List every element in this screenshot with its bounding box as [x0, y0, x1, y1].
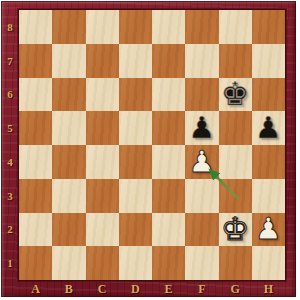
white-pawn[interactable]: ♟	[255, 214, 282, 244]
square-e8[interactable]	[152, 10, 185, 44]
square-g1[interactable]	[219, 246, 252, 280]
square-b6[interactable]	[52, 78, 85, 112]
file-label-e: E	[152, 281, 185, 297]
square-g2[interactable]: ♚	[219, 213, 252, 247]
square-g5[interactable]	[219, 111, 252, 145]
square-f6[interactable]	[185, 78, 218, 112]
file-label-a: A	[19, 281, 52, 297]
square-e5[interactable]	[152, 111, 185, 145]
file-label-h: H	[252, 281, 285, 297]
rank-label-4: 4	[1, 145, 19, 179]
square-a6[interactable]	[19, 78, 52, 112]
square-d4[interactable]	[119, 145, 152, 179]
square-d5[interactable]	[119, 111, 152, 145]
rank-labels: 87654321	[1, 10, 19, 280]
square-h1[interactable]	[252, 246, 285, 280]
square-a4[interactable]	[19, 145, 52, 179]
square-e3[interactable]	[152, 179, 185, 213]
file-label-f: F	[185, 281, 218, 297]
square-d8[interactable]	[119, 10, 152, 44]
rank-label-8: 8	[1, 10, 19, 44]
square-c1[interactable]	[86, 246, 119, 280]
square-b5[interactable]	[52, 111, 85, 145]
file-label-g: G	[219, 281, 252, 297]
rank-label-6: 6	[1, 78, 19, 112]
square-a5[interactable]	[19, 111, 52, 145]
square-f5[interactable]: ♟	[185, 111, 218, 145]
square-g3[interactable]	[219, 179, 252, 213]
square-b3[interactable]	[52, 179, 85, 213]
rank-label-1: 1	[1, 246, 19, 280]
square-c7[interactable]	[86, 44, 119, 78]
square-c8[interactable]	[86, 10, 119, 44]
square-f7[interactable]	[185, 44, 218, 78]
file-label-b: B	[52, 281, 85, 297]
square-h6[interactable]	[252, 78, 285, 112]
square-g6[interactable]: ♚	[219, 78, 252, 112]
square-d7[interactable]	[119, 44, 152, 78]
square-g4[interactable]	[219, 145, 252, 179]
square-d2[interactable]	[119, 213, 152, 247]
chess-diagram: 87654321 ABCDEFGH ♚♟♟♟♚♟	[0, 0, 300, 300]
square-b1[interactable]	[52, 246, 85, 280]
rank-label-3: 3	[1, 179, 19, 213]
file-labels: ABCDEFGH	[19, 281, 285, 297]
square-e7[interactable]	[152, 44, 185, 78]
square-b8[interactable]	[52, 10, 85, 44]
square-h2[interactable]: ♟	[252, 213, 285, 247]
square-f3[interactable]	[185, 179, 218, 213]
square-a8[interactable]	[19, 10, 52, 44]
square-f2[interactable]	[185, 213, 218, 247]
rank-label-2: 2	[1, 213, 19, 247]
file-label-c: C	[86, 281, 119, 297]
square-f4[interactable]: ♟	[185, 145, 218, 179]
square-b7[interactable]	[52, 44, 85, 78]
square-h8[interactable]	[252, 10, 285, 44]
rank-label-5: 5	[1, 111, 19, 145]
white-king[interactable]: ♚	[221, 213, 250, 245]
square-f8[interactable]	[185, 10, 218, 44]
square-h7[interactable]	[252, 44, 285, 78]
square-d1[interactable]	[119, 246, 152, 280]
file-label-d: D	[119, 281, 152, 297]
square-h4[interactable]	[252, 145, 285, 179]
square-a3[interactable]	[19, 179, 52, 213]
square-c2[interactable]	[86, 213, 119, 247]
black-pawn[interactable]: ♟	[255, 113, 282, 143]
chess-board[interactable]: ♚♟♟♟♚♟	[19, 10, 285, 280]
square-g8[interactable]	[219, 10, 252, 44]
square-h5[interactable]: ♟	[252, 111, 285, 145]
white-pawn[interactable]: ♟	[188, 147, 215, 177]
square-d6[interactable]	[119, 78, 152, 112]
square-a7[interactable]	[19, 44, 52, 78]
black-king[interactable]: ♚	[221, 78, 250, 110]
square-d3[interactable]	[119, 179, 152, 213]
square-f1[interactable]	[185, 246, 218, 280]
square-e2[interactable]	[152, 213, 185, 247]
square-h3[interactable]	[252, 179, 285, 213]
square-c6[interactable]	[86, 78, 119, 112]
square-b4[interactable]	[52, 145, 85, 179]
rank-label-7: 7	[1, 44, 19, 78]
square-a2[interactable]	[19, 213, 52, 247]
square-c4[interactable]	[86, 145, 119, 179]
square-g7[interactable]	[219, 44, 252, 78]
square-e4[interactable]	[152, 145, 185, 179]
black-pawn[interactable]: ♟	[188, 113, 215, 143]
square-e1[interactable]	[152, 246, 185, 280]
square-c3[interactable]	[86, 179, 119, 213]
square-a1[interactable]	[19, 246, 52, 280]
square-e6[interactable]	[152, 78, 185, 112]
square-b2[interactable]	[52, 213, 85, 247]
square-c5[interactable]	[86, 111, 119, 145]
